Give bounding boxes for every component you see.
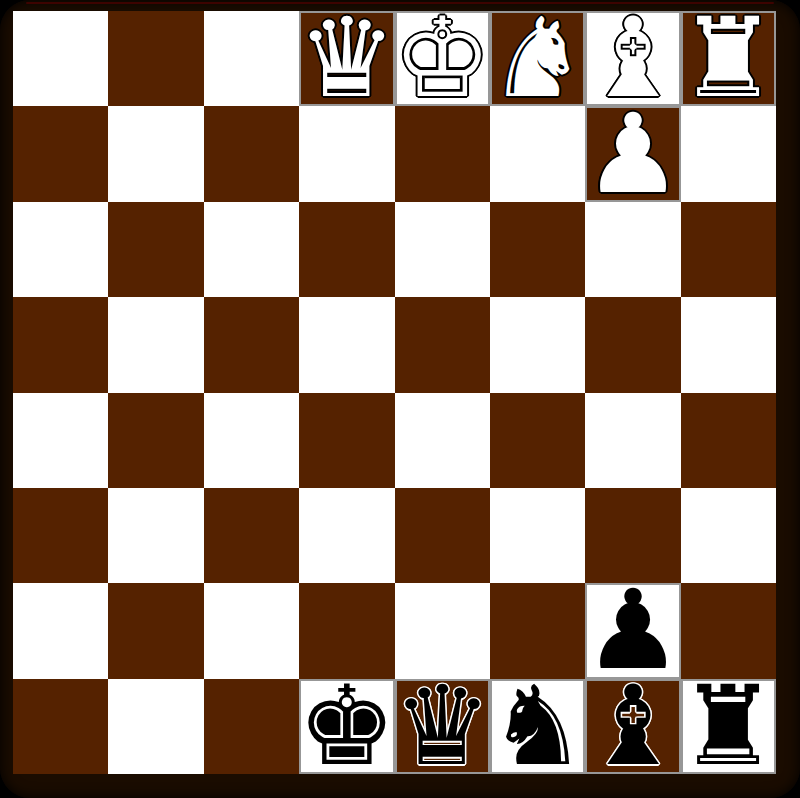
square-h6[interactable] (681, 202, 776, 297)
piece-black-pawn: ♟ (585, 583, 680, 678)
square-g3[interactable] (585, 488, 680, 583)
square-d6[interactable] (299, 202, 394, 297)
piece-white-bishop: ♝ (585, 11, 680, 106)
square-e3[interactable] (395, 488, 490, 583)
screenshot-canvas: ♛♚♞♝♜♟♟♚♛♞♝♜ (0, 0, 800, 798)
square-e5[interactable] (395, 297, 490, 392)
square-d2[interactable] (299, 583, 394, 678)
square-b4[interactable] (108, 393, 203, 488)
piece-white-pawn: ♟ (585, 106, 680, 201)
square-d5[interactable] (299, 297, 394, 392)
square-e4[interactable] (395, 393, 490, 488)
square-g2[interactable]: ♟ (585, 583, 680, 678)
square-d8[interactable]: ♛ (299, 11, 394, 106)
square-h8[interactable]: ♜ (681, 11, 776, 106)
square-e1[interactable]: ♛ (395, 679, 490, 774)
square-h1[interactable]: ♜ (681, 679, 776, 774)
board-frame: ♛♚♞♝♜♟♟♚♛♞♝♜ (0, 0, 800, 798)
piece-black-rook: ♜ (681, 679, 776, 774)
square-e7[interactable] (395, 106, 490, 201)
square-b3[interactable] (108, 488, 203, 583)
square-b2[interactable] (108, 583, 203, 678)
square-d3[interactable] (299, 488, 394, 583)
square-a4[interactable] (13, 393, 108, 488)
square-c4[interactable] (204, 393, 299, 488)
square-c6[interactable] (204, 202, 299, 297)
square-f6[interactable] (490, 202, 585, 297)
square-c5[interactable] (204, 297, 299, 392)
square-c7[interactable] (204, 106, 299, 201)
chess-board: ♛♚♞♝♜♟♟♚♛♞♝♜ (13, 11, 776, 774)
square-f8[interactable]: ♞ (490, 11, 585, 106)
square-f4[interactable] (490, 393, 585, 488)
square-a6[interactable] (13, 202, 108, 297)
square-c2[interactable] (204, 583, 299, 678)
square-g6[interactable] (585, 202, 680, 297)
square-a3[interactable] (13, 488, 108, 583)
square-f5[interactable] (490, 297, 585, 392)
square-e2[interactable] (395, 583, 490, 678)
square-f1[interactable]: ♞ (490, 679, 585, 774)
square-c1[interactable] (204, 679, 299, 774)
square-d7[interactable] (299, 106, 394, 201)
square-h4[interactable] (681, 393, 776, 488)
square-b5[interactable] (108, 297, 203, 392)
square-d4[interactable] (299, 393, 394, 488)
square-c8[interactable] (204, 11, 299, 106)
square-h2[interactable] (681, 583, 776, 678)
square-g7[interactable]: ♟ (585, 106, 680, 201)
square-h7[interactable] (681, 106, 776, 201)
square-g8[interactable]: ♝ (585, 11, 680, 106)
square-a8[interactable] (13, 11, 108, 106)
piece-white-knight: ♞ (490, 11, 585, 106)
square-b1[interactable] (108, 679, 203, 774)
square-e6[interactable] (395, 202, 490, 297)
square-g1[interactable]: ♝ (585, 679, 680, 774)
square-a7[interactable] (13, 106, 108, 201)
square-b7[interactable] (108, 106, 203, 201)
square-h3[interactable] (681, 488, 776, 583)
piece-black-knight: ♞ (490, 679, 585, 774)
piece-black-queen: ♛ (395, 679, 490, 774)
square-f3[interactable] (490, 488, 585, 583)
square-f2[interactable] (490, 583, 585, 678)
piece-black-bishop: ♝ (585, 679, 680, 774)
square-f7[interactable] (490, 106, 585, 201)
square-e8[interactable]: ♚ (395, 11, 490, 106)
square-b8[interactable] (108, 11, 203, 106)
square-a2[interactable] (13, 583, 108, 678)
square-a5[interactable] (13, 297, 108, 392)
square-h5[interactable] (681, 297, 776, 392)
piece-white-queen: ♛ (299, 11, 394, 106)
square-g4[interactable] (585, 393, 680, 488)
piece-white-rook: ♜ (681, 11, 776, 106)
piece-black-king: ♚ (299, 679, 394, 774)
square-c3[interactable] (204, 488, 299, 583)
square-b6[interactable] (108, 202, 203, 297)
square-g5[interactable] (585, 297, 680, 392)
square-a1[interactable] (13, 679, 108, 774)
piece-white-king: ♚ (395, 11, 490, 106)
square-d1[interactable]: ♚ (299, 679, 394, 774)
